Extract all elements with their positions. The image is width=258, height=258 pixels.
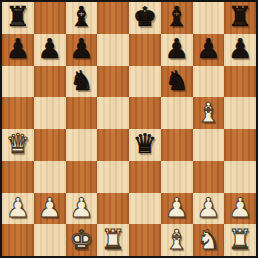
black-pawn[interactable]: ♟ <box>165 35 189 62</box>
square-f7[interactable]: ♟ <box>161 34 193 66</box>
square-c6[interactable]: ♞ <box>66 66 98 98</box>
white-pawn[interactable]: ♟ <box>6 194 30 221</box>
square-f2[interactable]: ♟ <box>161 193 193 225</box>
square-h4[interactable] <box>224 129 256 161</box>
square-d8[interactable] <box>97 2 129 34</box>
white-pawn[interactable]: ♟ <box>38 194 62 221</box>
square-e1[interactable] <box>129 224 161 256</box>
square-d3[interactable] <box>97 161 129 193</box>
white-knight[interactable]: ♞ <box>196 226 220 253</box>
square-e5[interactable] <box>129 97 161 129</box>
black-bishop[interactable]: ♝ <box>165 3 189 30</box>
square-b8[interactable] <box>34 2 66 34</box>
square-d7[interactable] <box>97 34 129 66</box>
square-d5[interactable] <box>97 97 129 129</box>
square-a1[interactable] <box>2 224 34 256</box>
square-e8[interactable]: ♚ <box>129 2 161 34</box>
square-e3[interactable] <box>129 161 161 193</box>
square-g5[interactable]: ♝ <box>193 97 225 129</box>
square-h8[interactable]: ♜ <box>224 2 256 34</box>
square-c3[interactable] <box>66 161 98 193</box>
square-a7[interactable]: ♟ <box>2 34 34 66</box>
square-f8[interactable]: ♝ <box>161 2 193 34</box>
square-b3[interactable] <box>34 161 66 193</box>
black-pawn[interactable]: ♟ <box>69 35 93 62</box>
square-d2[interactable] <box>97 193 129 225</box>
square-c7[interactable]: ♟ <box>66 34 98 66</box>
square-a3[interactable] <box>2 161 34 193</box>
white-pawn[interactable]: ♟ <box>69 194 93 221</box>
square-f4[interactable] <box>161 129 193 161</box>
square-b1[interactable] <box>34 224 66 256</box>
square-f3[interactable] <box>161 161 193 193</box>
square-e2[interactable] <box>129 193 161 225</box>
black-queen[interactable]: ♛ <box>133 130 157 157</box>
square-c2[interactable]: ♟ <box>66 193 98 225</box>
square-c8[interactable]: ♝ <box>66 2 98 34</box>
square-d1[interactable]: ♜ <box>97 224 129 256</box>
square-d4[interactable] <box>97 129 129 161</box>
square-h6[interactable] <box>224 66 256 98</box>
black-pawn[interactable]: ♟ <box>6 35 30 62</box>
black-bishop[interactable]: ♝ <box>69 3 93 30</box>
black-king[interactable]: ♚ <box>133 3 157 30</box>
square-c4[interactable] <box>66 129 98 161</box>
square-g4[interactable] <box>193 129 225 161</box>
white-bishop[interactable]: ♝ <box>165 226 189 253</box>
square-g8[interactable] <box>193 2 225 34</box>
square-e4[interactable]: ♛ <box>129 129 161 161</box>
white-rook[interactable]: ♜ <box>101 226 125 253</box>
square-c1[interactable]: ♚ <box>66 224 98 256</box>
black-pawn[interactable]: ♟ <box>38 35 62 62</box>
square-h7[interactable]: ♟ <box>224 34 256 66</box>
square-f5[interactable] <box>161 97 193 129</box>
chess-board-frame: ♜♝♚♝♜♟♟♟♟♟♟♞♞♝♛♛♟♟♟♟♟♟♚♜♝♞♜ <box>0 0 258 258</box>
chess-board: ♜♝♚♝♜♟♟♟♟♟♟♞♞♝♛♛♟♟♟♟♟♟♚♜♝♞♜ <box>2 2 256 256</box>
square-h3[interactable] <box>224 161 256 193</box>
white-queen[interactable]: ♛ <box>6 130 30 157</box>
black-rook[interactable]: ♜ <box>228 3 252 30</box>
white-pawn[interactable]: ♟ <box>228 194 252 221</box>
square-b2[interactable]: ♟ <box>34 193 66 225</box>
square-f1[interactable]: ♝ <box>161 224 193 256</box>
square-a6[interactable] <box>2 66 34 98</box>
square-g3[interactable] <box>193 161 225 193</box>
square-b6[interactable] <box>34 66 66 98</box>
black-rook[interactable]: ♜ <box>6 3 30 30</box>
square-h5[interactable] <box>224 97 256 129</box>
square-f6[interactable]: ♞ <box>161 66 193 98</box>
white-bishop[interactable]: ♝ <box>196 99 220 126</box>
square-g6[interactable] <box>193 66 225 98</box>
square-b7[interactable]: ♟ <box>34 34 66 66</box>
black-knight[interactable]: ♞ <box>69 67 93 94</box>
square-e6[interactable] <box>129 66 161 98</box>
black-knight[interactable]: ♞ <box>165 67 189 94</box>
white-king[interactable]: ♚ <box>69 226 93 253</box>
white-pawn[interactable]: ♟ <box>165 194 189 221</box>
square-g7[interactable]: ♟ <box>193 34 225 66</box>
square-a2[interactable]: ♟ <box>2 193 34 225</box>
square-a5[interactable] <box>2 97 34 129</box>
square-c5[interactable] <box>66 97 98 129</box>
square-h1[interactable]: ♜ <box>224 224 256 256</box>
square-b5[interactable] <box>34 97 66 129</box>
black-pawn[interactable]: ♟ <box>228 35 252 62</box>
square-g2[interactable]: ♟ <box>193 193 225 225</box>
black-pawn[interactable]: ♟ <box>196 35 220 62</box>
square-d6[interactable] <box>97 66 129 98</box>
square-a8[interactable]: ♜ <box>2 2 34 34</box>
square-h2[interactable]: ♟ <box>224 193 256 225</box>
square-e7[interactable] <box>129 34 161 66</box>
square-a4[interactable]: ♛ <box>2 129 34 161</box>
white-pawn[interactable]: ♟ <box>196 194 220 221</box>
square-b4[interactable] <box>34 129 66 161</box>
white-rook[interactable]: ♜ <box>228 226 252 253</box>
square-g1[interactable]: ♞ <box>193 224 225 256</box>
